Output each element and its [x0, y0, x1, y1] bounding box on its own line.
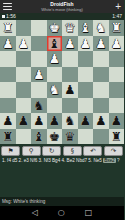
status-bar: Msg: White's thinking [0, 197, 124, 206]
square-g3[interactable] [16, 51, 32, 67]
black-knight: ♞ [62, 113, 78, 129]
menu-icon[interactable] [3, 3, 12, 10]
square-b3[interactable] [93, 51, 109, 67]
square-e8[interactable]: ♚ [47, 129, 63, 145]
square-b2[interactable]: ♟ [93, 36, 109, 52]
right-clock-time: 1:47 [112, 13, 122, 20]
square-g8[interactable] [16, 129, 32, 145]
square-e4[interactable] [47, 67, 63, 83]
white-pawn: ♟ [0, 36, 16, 52]
black-pawn: ♟ [62, 82, 78, 98]
black-rook: ♜ [0, 129, 16, 145]
s-curve-icon: § [71, 147, 74, 155]
square-g1[interactable] [16, 20, 32, 36]
square-e3[interactable]: ♟ [47, 51, 63, 67]
current-move[interactable]: Bxe2 [103, 158, 115, 163]
plus-icon[interactable]: + [112, 2, 121, 12]
square-f2[interactable] [31, 36, 47, 52]
square-g7[interactable]: ♟ [16, 113, 32, 129]
square-f8[interactable]: ♝ [31, 129, 47, 145]
square-d2[interactable]: ♟ [62, 36, 78, 52]
square-c1[interactable]: ♝ [78, 20, 94, 36]
move-list-after: ? [116, 158, 120, 163]
black-pawn: ♟ [93, 113, 109, 129]
square-h1[interactable]: ♜ [0, 20, 16, 36]
black-king: ♚ [47, 129, 63, 145]
black-pawn: ♟ [16, 113, 32, 129]
square-b5[interactable] [93, 82, 109, 98]
move-list[interactable]: 1. f4 d5 2. e3 Nf6 3. Nf3 Bg4 4. Be2 Nbd… [0, 157, 124, 165]
android-nav-bar: ◁ ○ □ [0, 206, 124, 220]
redo-arrow-icon: ↷ [111, 147, 116, 155]
move-list-played[interactable]: 1. f4 d5 2. e3 Nf6 3. Nf3 Bg4 4. Be2 Nbd… [2, 158, 103, 163]
square-h3[interactable] [0, 51, 16, 67]
square-f1[interactable] [31, 20, 47, 36]
black-pawn: ♟ [109, 113, 125, 129]
square-e7[interactable]: ♟ [47, 113, 63, 129]
square-a4[interactable] [109, 67, 125, 83]
refresh-arrow-icon: ↻ [49, 147, 54, 155]
white-rook: ♜ [0, 20, 16, 36]
square-d8[interactable]: ♛ [62, 129, 78, 145]
undo-arrow-icon: ↶ [90, 147, 95, 155]
book-button[interactable]: ⚑ [1, 146, 20, 156]
magnifier-icon: ⚲ [29, 147, 34, 155]
square-e5[interactable]: ♞ [47, 82, 63, 98]
square-a1[interactable]: ♜ [109, 20, 125, 36]
back-icon[interactable]: ◁ [32, 206, 38, 220]
square-e2[interactable]: ♝ [47, 36, 63, 52]
square-a2[interactable]: ♟ [109, 36, 125, 52]
white-bishop: ♝ [78, 20, 94, 36]
square-h6[interactable] [0, 98, 16, 114]
square-d6[interactable] [62, 98, 78, 114]
square-c6[interactable] [78, 98, 94, 114]
square-h4[interactable] [0, 67, 16, 83]
white-knight: ♞ [47, 82, 63, 98]
square-a6[interactable] [109, 98, 125, 114]
black-pawn: ♟ [78, 113, 94, 129]
active-clock-indicator [2, 15, 5, 18]
black-pawn: ♟ [47, 113, 63, 129]
square-f3[interactable] [31, 51, 47, 67]
left-clock: 1:56 [2, 13, 16, 20]
square-a5[interactable] [109, 82, 125, 98]
white-king: ♚ [47, 20, 63, 36]
square-h2[interactable]: ♟ [0, 36, 16, 52]
home-icon[interactable]: ○ [58, 206, 65, 220]
black-bishop: ♝ [31, 129, 47, 145]
white-knight: ♞ [93, 20, 109, 36]
clock-strip: 1:56 1:47 [0, 13, 124, 20]
square-g4[interactable] [16, 67, 32, 83]
black-pawn: ♟ [31, 113, 47, 129]
undo-move-button[interactable]: ↶ [83, 146, 102, 156]
status-text: Msg: White's thinking [2, 199, 45, 204]
square-f5[interactable] [31, 82, 47, 98]
flag-book-icon: ⚑ [8, 147, 14, 155]
square-a8[interactable]: ♜ [109, 129, 125, 145]
square-h7[interactable]: ♟ [0, 113, 16, 129]
chess-board[interactable]: ♜♚♛♝♞♜♟♟♝♟♟♟♟♟♟♞♟♞♟♟♟♟♞♟♟♟♜♝♚♛♜ [0, 20, 124, 144]
square-c2[interactable]: ♟ [78, 36, 94, 52]
black-knight: ♞ [31, 98, 47, 114]
square-f4[interactable]: ♟ [31, 67, 47, 83]
title-block: DroidFish White's move (thinking) [12, 1, 112, 12]
recents-icon[interactable]: □ [85, 206, 93, 220]
square-b4[interactable] [93, 67, 109, 83]
black-queen: ♛ [62, 129, 78, 145]
square-d7[interactable]: ♞ [62, 113, 78, 129]
white-queen: ♛ [62, 20, 78, 36]
square-d3[interactable] [62, 51, 78, 67]
white-pawn: ♟ [31, 67, 47, 83]
black-bishop: ♝ [47, 36, 63, 52]
square-b6[interactable] [93, 98, 109, 114]
square-f6[interactable]: ♞ [31, 98, 47, 114]
app-bar: DroidFish White's move (thinking) + [0, 0, 124, 13]
square-b8[interactable] [93, 129, 109, 145]
engine-button[interactable]: ⚲ [22, 146, 41, 156]
button-toolbar: ⚑ ⚲ ↻ § ↶ ↷ [0, 144, 124, 157]
square-c8[interactable] [78, 129, 94, 145]
white-rook: ♜ [109, 20, 125, 36]
square-b1[interactable]: ♞ [93, 20, 109, 36]
square-g2[interactable]: ♟ [16, 36, 32, 52]
square-a7[interactable]: ♟ [109, 113, 125, 129]
square-c3[interactable] [78, 51, 94, 67]
square-d4[interactable] [62, 67, 78, 83]
white-pawn: ♟ [47, 51, 63, 67]
right-clock: 1:47 [112, 13, 122, 20]
square-c4[interactable] [78, 67, 94, 83]
redo-move-button[interactable]: ↷ [104, 146, 123, 156]
square-f7[interactable]: ♟ [31, 113, 47, 129]
square-a3[interactable] [109, 51, 125, 67]
square-h5[interactable] [0, 82, 16, 98]
variation-button[interactable]: § [63, 146, 82, 156]
square-e1[interactable]: ♚ [47, 20, 63, 36]
square-d1[interactable]: ♛ [62, 20, 78, 36]
white-pawn: ♟ [62, 36, 78, 52]
square-c5[interactable] [78, 82, 94, 98]
square-g5[interactable] [16, 82, 32, 98]
game-status-subtitle: White's move (thinking) [12, 7, 112, 12]
flip-board-button[interactable]: ↻ [42, 146, 61, 156]
square-d5[interactable]: ♟ [62, 82, 78, 98]
white-pawn: ♟ [78, 36, 94, 52]
square-c7[interactable]: ♟ [78, 113, 94, 129]
white-pawn: ♟ [16, 36, 32, 52]
left-clock-time: 1:56 [6, 13, 16, 20]
black-pawn: ♟ [0, 113, 16, 129]
white-pawn: ♟ [109, 36, 125, 52]
black-rook: ♜ [109, 129, 125, 145]
square-g6[interactable] [16, 98, 32, 114]
analysis-area [0, 165, 124, 197]
white-pawn: ♟ [93, 36, 109, 52]
square-h8[interactable]: ♜ [0, 129, 16, 145]
square-b7[interactable]: ♟ [93, 113, 109, 129]
square-e6[interactable] [47, 98, 63, 114]
